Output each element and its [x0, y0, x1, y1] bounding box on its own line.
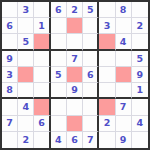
cell-r6c3[interactable]: [34, 83, 50, 99]
cell-r8c1[interactable]: 7: [2, 116, 18, 132]
cell-r1c5[interactable]: 2: [67, 2, 83, 18]
cell-r8c4[interactable]: [51, 116, 67, 132]
cell-r3c8[interactable]: 4: [116, 34, 132, 50]
cell-r3c1[interactable]: [2, 34, 18, 50]
cell-r4c1[interactable]: 9: [2, 51, 18, 67]
cell-r8c3[interactable]: 6: [34, 116, 50, 132]
cell-r7c9[interactable]: [132, 99, 148, 115]
cell-r5c1[interactable]: 3: [2, 67, 18, 83]
cell-r2c8[interactable]: [116, 18, 132, 34]
cell-r5c5[interactable]: [67, 67, 83, 83]
cell-r7c2[interactable]: 4: [18, 99, 34, 115]
cell-r5c2[interactable]: [18, 67, 34, 83]
cell-r3c2[interactable]: 5: [18, 34, 34, 50]
cell-r9c5[interactable]: 6: [67, 132, 83, 148]
cell-r5c6[interactable]: 6: [83, 67, 99, 83]
cell-r8c9[interactable]: 4: [132, 116, 148, 132]
cell-r4c2[interactable]: [18, 51, 34, 67]
cell-r7c6[interactable]: [83, 99, 99, 115]
cell-r9c7[interactable]: [99, 132, 115, 148]
cell-r6c5[interactable]: 9: [67, 83, 83, 99]
cell-r1c1[interactable]: [2, 2, 18, 18]
cell-r6c8[interactable]: [116, 83, 132, 99]
cell-r5c4[interactable]: 5: [51, 67, 67, 83]
cell-r1c8[interactable]: 8: [116, 2, 132, 18]
cell-r6c7[interactable]: [99, 83, 115, 99]
cell-r2c3[interactable]: 1: [34, 18, 50, 34]
cell-r2c1[interactable]: 6: [2, 18, 18, 34]
cell-r9c1[interactable]: [2, 132, 18, 148]
cell-r6c1[interactable]: 8: [2, 83, 18, 99]
cell-r4c4[interactable]: [51, 51, 67, 67]
sudoku-board: 36258613254975356989147762424679: [0, 0, 150, 150]
cell-r7c4[interactable]: [51, 99, 67, 115]
cell-r9c2[interactable]: 2: [18, 132, 34, 148]
cell-r4c3[interactable]: [34, 51, 50, 67]
cell-r5c7[interactable]: [99, 67, 115, 83]
cell-r8c8[interactable]: [116, 116, 132, 132]
cell-r2c7[interactable]: 3: [99, 18, 115, 34]
cell-r7c7[interactable]: [99, 99, 115, 115]
cell-r1c3[interactable]: [34, 2, 50, 18]
cell-r8c6[interactable]: [83, 116, 99, 132]
cell-r3c7[interactable]: [99, 34, 115, 50]
cell-r9c3[interactable]: [34, 132, 50, 148]
cell-r6c4[interactable]: [51, 83, 67, 99]
cell-r5c8[interactable]: [116, 67, 132, 83]
cell-r3c3[interactable]: [34, 34, 50, 50]
cell-r8c5[interactable]: [67, 116, 83, 132]
cell-r5c9[interactable]: 9: [132, 67, 148, 83]
cell-r1c9[interactable]: [132, 2, 148, 18]
cell-r9c6[interactable]: 7: [83, 132, 99, 148]
cell-r8c7[interactable]: 2: [99, 116, 115, 132]
cell-r4c9[interactable]: 5: [132, 51, 148, 67]
cell-r1c4[interactable]: 6: [51, 2, 67, 18]
cell-r7c8[interactable]: 7: [116, 99, 132, 115]
cell-r5c3[interactable]: [34, 67, 50, 83]
cell-r9c9[interactable]: [132, 132, 148, 148]
cell-r4c8[interactable]: [116, 51, 132, 67]
cell-r7c5[interactable]: [67, 99, 83, 115]
cell-r9c4[interactable]: 4: [51, 132, 67, 148]
cell-r4c5[interactable]: 7: [67, 51, 83, 67]
cell-r1c7[interactable]: [99, 2, 115, 18]
cell-r7c1[interactable]: [2, 99, 18, 115]
cell-r4c6[interactable]: [83, 51, 99, 67]
cell-r6c6[interactable]: [83, 83, 99, 99]
cell-r3c9[interactable]: [132, 34, 148, 50]
cell-r4c7[interactable]: [99, 51, 115, 67]
cell-r8c2[interactable]: [18, 116, 34, 132]
cell-r2c4[interactable]: [51, 18, 67, 34]
cell-r9c8[interactable]: 9: [116, 132, 132, 148]
cell-r6c9[interactable]: 1: [132, 83, 148, 99]
cell-r3c5[interactable]: [67, 34, 83, 50]
cell-r6c2[interactable]: [18, 83, 34, 99]
cell-r2c5[interactable]: [67, 18, 83, 34]
cell-r7c3[interactable]: [34, 99, 50, 115]
cell-r1c2[interactable]: 3: [18, 2, 34, 18]
cell-r3c4[interactable]: [51, 34, 67, 50]
cell-r2c2[interactable]: [18, 18, 34, 34]
cell-r2c9[interactable]: 2: [132, 18, 148, 34]
cell-r1c6[interactable]: 5: [83, 2, 99, 18]
cell-r2c6[interactable]: [83, 18, 99, 34]
cell-r3c6[interactable]: [83, 34, 99, 50]
